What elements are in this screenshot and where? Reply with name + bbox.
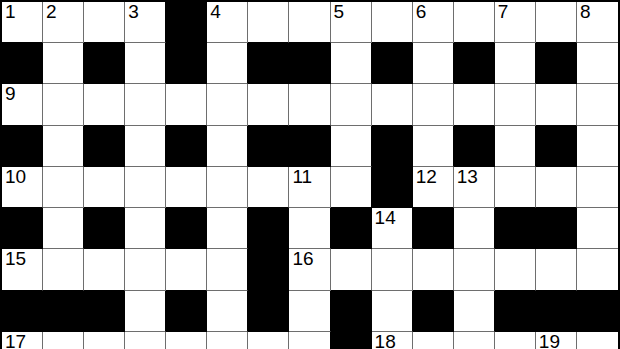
cell-r8c7-block xyxy=(248,291,289,332)
cell-r4c10-block xyxy=(372,126,413,167)
cell-r3c15[interactable] xyxy=(577,84,618,125)
cell-r1c4[interactable]: 3 xyxy=(125,2,166,43)
cell-r8c15-block xyxy=(577,291,618,332)
clue-number-15: 15 xyxy=(5,249,26,270)
cell-r2c15[interactable] xyxy=(577,43,618,84)
cell-r4c8-block xyxy=(289,126,330,167)
clue-number-12: 12 xyxy=(416,167,437,188)
crossword-board: 12345678910111213141516171819 xyxy=(0,0,620,349)
cell-r9c7[interactable] xyxy=(248,332,289,349)
cell-r3c9[interactable] xyxy=(331,84,372,125)
cell-r6c7-block xyxy=(248,208,289,249)
cell-r5c7[interactable] xyxy=(248,167,289,208)
cell-r8c13-block xyxy=(495,291,536,332)
cell-r7c4[interactable] xyxy=(125,249,166,290)
cell-r4c12-block xyxy=(454,126,495,167)
cell-r9c10[interactable]: 18 xyxy=(372,332,413,349)
cell-r8c14-block xyxy=(536,291,577,332)
cell-r5c10-block xyxy=(372,167,413,208)
cell-r5c13[interactable] xyxy=(495,167,536,208)
cell-r3c2[interactable] xyxy=(43,84,84,125)
cell-r3c6[interactable] xyxy=(207,84,248,125)
cell-r2c3-block xyxy=(84,43,125,84)
cell-r2c2[interactable] xyxy=(43,43,84,84)
clue-number-10: 10 xyxy=(5,167,26,188)
cell-r9c13[interactable] xyxy=(495,332,536,349)
cell-r6c10[interactable]: 14 xyxy=(372,208,413,249)
cell-r6c8[interactable] xyxy=(289,208,330,249)
cell-r2c14-block xyxy=(536,43,577,84)
cell-r3c10[interactable] xyxy=(372,84,413,125)
cell-r2c4[interactable] xyxy=(125,43,166,84)
clue-number-5: 5 xyxy=(334,2,345,23)
cell-r6c3-block xyxy=(84,208,125,249)
cell-r4c1-block xyxy=(2,126,43,167)
cell-r6c4[interactable] xyxy=(125,208,166,249)
clue-number-13: 13 xyxy=(457,167,478,188)
cell-r6c2[interactable] xyxy=(43,208,84,249)
cell-r7c8[interactable]: 16 xyxy=(289,249,330,290)
cell-r4c13[interactable] xyxy=(495,126,536,167)
cell-r6c6[interactable] xyxy=(207,208,248,249)
cell-r4c5-block xyxy=(166,126,207,167)
cell-r6c12[interactable] xyxy=(454,208,495,249)
cell-r6c9-block xyxy=(331,208,372,249)
cell-r3c12[interactable] xyxy=(454,84,495,125)
cell-r2c11[interactable] xyxy=(413,43,454,84)
cell-r6c5-block xyxy=(166,208,207,249)
clue-number-6: 6 xyxy=(416,2,427,23)
cell-r8c10[interactable] xyxy=(372,291,413,332)
cell-r1c7[interactable] xyxy=(248,2,289,43)
cell-r2c10-block xyxy=(372,43,413,84)
cell-r5c12[interactable]: 13 xyxy=(454,167,495,208)
clue-number-14: 14 xyxy=(375,208,396,229)
cell-r3c7[interactable] xyxy=(248,84,289,125)
cell-r9c1[interactable]: 17 xyxy=(2,332,43,349)
cell-r7c5[interactable] xyxy=(166,249,207,290)
cell-r9c5[interactable] xyxy=(166,332,207,349)
cell-r5c5[interactable] xyxy=(166,167,207,208)
cell-r3c4[interactable] xyxy=(125,84,166,125)
cell-r6c15[interactable] xyxy=(577,208,618,249)
cell-r8c9-block xyxy=(331,291,372,332)
cell-r7c6[interactable] xyxy=(207,249,248,290)
cell-r2c9[interactable] xyxy=(331,43,372,84)
cell-r3c1[interactable]: 9 xyxy=(2,84,43,125)
cell-r9c8[interactable] xyxy=(289,332,330,349)
cell-r9c9-block xyxy=(331,332,372,349)
cell-r3c3[interactable] xyxy=(84,84,125,125)
cell-r4c14-block xyxy=(536,126,577,167)
cell-r7c9[interactable] xyxy=(331,249,372,290)
cell-r9c3[interactable] xyxy=(84,332,125,349)
cell-r1c2[interactable]: 2 xyxy=(43,2,84,43)
cell-r5c3[interactable] xyxy=(84,167,125,208)
cell-r7c12[interactable] xyxy=(454,249,495,290)
cell-r2c12-block xyxy=(454,43,495,84)
cell-r8c3-block xyxy=(84,291,125,332)
clue-number-9: 9 xyxy=(5,84,16,105)
cell-r4c2[interactable] xyxy=(43,126,84,167)
cell-r2c7-block xyxy=(248,43,289,84)
clue-number-17: 17 xyxy=(5,332,26,349)
clue-number-18: 18 xyxy=(375,332,396,349)
cell-r5c6[interactable] xyxy=(207,167,248,208)
cell-r5c2[interactable] xyxy=(43,167,84,208)
cell-r7c10[interactable] xyxy=(372,249,413,290)
cell-r8c1-block xyxy=(2,291,43,332)
clue-number-3: 3 xyxy=(128,2,139,23)
cell-r2c6[interactable] xyxy=(207,43,248,84)
cell-r4c15[interactable] xyxy=(577,126,618,167)
cell-r1c8[interactable] xyxy=(289,2,330,43)
cell-r9c6[interactable] xyxy=(207,332,248,349)
cell-r6c14-block xyxy=(536,208,577,249)
clue-number-19: 19 xyxy=(539,332,560,349)
cell-r7c7-block xyxy=(248,249,289,290)
clue-number-16: 16 xyxy=(292,249,313,270)
cell-r7c1[interactable]: 15 xyxy=(2,249,43,290)
cell-r5c15[interactable] xyxy=(577,167,618,208)
cell-r5c1[interactable]: 10 xyxy=(2,167,43,208)
cell-r8c8[interactable] xyxy=(289,291,330,332)
cell-r2c8-block xyxy=(289,43,330,84)
cell-r1c12[interactable] xyxy=(454,2,495,43)
cell-r3c11[interactable] xyxy=(413,84,454,125)
cell-r3c14[interactable] xyxy=(536,84,577,125)
cell-r6c13-block xyxy=(495,208,536,249)
cell-r5c8[interactable]: 11 xyxy=(289,167,330,208)
cell-r7c14[interactable] xyxy=(536,249,577,290)
cell-r7c3[interactable] xyxy=(84,249,125,290)
cell-r8c2-block xyxy=(43,291,84,332)
cell-r1c14[interactable] xyxy=(536,2,577,43)
cell-r7c13[interactable] xyxy=(495,249,536,290)
cell-r9c15[interactable] xyxy=(577,332,618,349)
cell-r5c14[interactable] xyxy=(536,167,577,208)
cell-r1c11[interactable]: 6 xyxy=(413,2,454,43)
cell-r1c1[interactable]: 1 xyxy=(2,2,43,43)
cell-r4c7-block xyxy=(248,126,289,167)
clue-number-2: 2 xyxy=(46,2,57,23)
cell-r1c13[interactable]: 7 xyxy=(495,2,536,43)
cell-r1c10[interactable] xyxy=(372,2,413,43)
clue-number-1: 1 xyxy=(5,2,16,23)
cell-r3c5[interactable] xyxy=(166,84,207,125)
cell-r9c12[interactable] xyxy=(454,332,495,349)
cell-r8c4[interactable] xyxy=(125,291,166,332)
cell-r4c3-block xyxy=(84,126,125,167)
cell-r4c6[interactable] xyxy=(207,126,248,167)
cell-r1c6[interactable]: 4 xyxy=(207,2,248,43)
cell-r5c4[interactable] xyxy=(125,167,166,208)
cell-r4c4[interactable] xyxy=(125,126,166,167)
cell-r8c6[interactable] xyxy=(207,291,248,332)
cell-r1c15[interactable]: 8 xyxy=(577,2,618,43)
clue-number-7: 7 xyxy=(498,2,509,23)
cell-r5c9[interactable] xyxy=(331,167,372,208)
cell-r6c1-block xyxy=(2,208,43,249)
cell-r9c2[interactable] xyxy=(43,332,84,349)
cell-r3c13[interactable] xyxy=(495,84,536,125)
cell-r3c8[interactable] xyxy=(289,84,330,125)
cell-r1c3[interactable] xyxy=(84,2,125,43)
clue-number-8: 8 xyxy=(580,2,591,23)
cell-r2c5-block xyxy=(166,43,207,84)
cell-r7c2[interactable] xyxy=(43,249,84,290)
crossword-screenshot: 12345678910111213141516171819 xyxy=(0,0,620,349)
cell-r2c1-block xyxy=(2,43,43,84)
cell-r1c9[interactable]: 5 xyxy=(331,2,372,43)
cell-r2c13[interactable] xyxy=(495,43,536,84)
clue-number-11: 11 xyxy=(292,167,312,188)
cell-r4c11[interactable] xyxy=(413,126,454,167)
cell-r9c14[interactable]: 19 xyxy=(536,332,577,349)
cell-r1c5-block xyxy=(166,2,207,43)
cell-r8c12[interactable] xyxy=(454,291,495,332)
cell-r7c15[interactable] xyxy=(577,249,618,290)
cell-r9c11[interactable] xyxy=(413,332,454,349)
cell-r5c11[interactable]: 12 xyxy=(413,167,454,208)
cell-r8c11-block xyxy=(413,291,454,332)
cell-r9c4[interactable] xyxy=(125,332,166,349)
cell-r4c9[interactable] xyxy=(331,126,372,167)
clue-number-4: 4 xyxy=(210,2,221,23)
cell-r6c11-block xyxy=(413,208,454,249)
cell-r8c5-block xyxy=(166,291,207,332)
cell-r7c11[interactable] xyxy=(413,249,454,290)
